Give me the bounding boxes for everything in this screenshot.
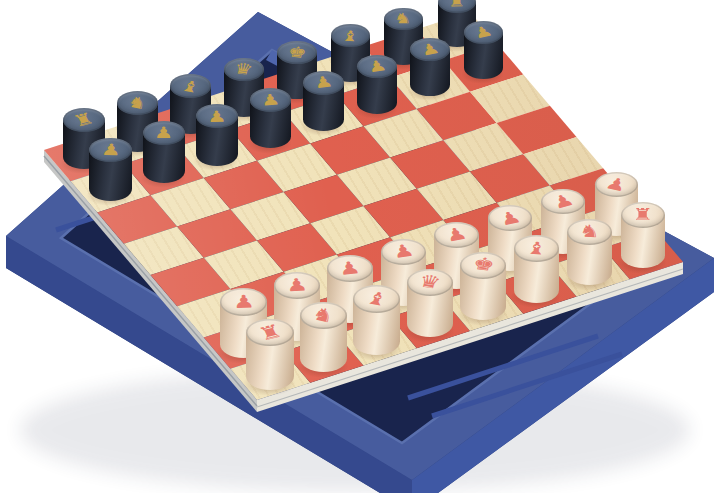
piece-top-face: ♟ xyxy=(541,189,585,215)
piece-top-face: ♞ xyxy=(117,91,158,115)
q-icon: ♛ xyxy=(417,272,443,292)
p-icon: ♟ xyxy=(419,41,442,59)
p-icon: ♟ xyxy=(338,259,363,278)
piece-top-face: ♟ xyxy=(357,55,397,78)
piece-top-face: ♚ xyxy=(277,41,316,64)
piece-light-r-a1[interactable]: ♜ xyxy=(246,319,294,390)
piece-top-face: ♟ xyxy=(434,222,479,248)
piece-light-r-h1[interactable]: ♜ xyxy=(621,202,665,268)
piece-top-face: ♟ xyxy=(303,71,343,94)
piece-top-face: ♜ xyxy=(63,108,104,132)
k-icon: ♚ xyxy=(471,256,496,275)
b-icon: ♝ xyxy=(363,288,390,309)
p-icon: ♟ xyxy=(366,57,388,74)
piece-top-face: ♞ xyxy=(384,8,422,30)
piece-light-b-f1[interactable]: ♝ xyxy=(514,235,559,302)
p-icon: ♟ xyxy=(154,125,174,141)
p-icon: ♟ xyxy=(497,208,524,228)
piece-dark-p-f7[interactable]: ♟ xyxy=(357,55,397,114)
r-icon: ♜ xyxy=(256,321,285,343)
piece-dark-p-a7[interactable]: ♟ xyxy=(89,138,131,201)
piece-top-face: ♝ xyxy=(353,285,400,312)
piece-dark-p-h7[interactable]: ♟ xyxy=(464,21,503,78)
piece-top-face: ♟ xyxy=(488,205,533,231)
p-icon: ♟ xyxy=(207,108,227,124)
piece-dark-p-c7[interactable]: ♟ xyxy=(196,104,237,165)
piece-light-n-b1[interactable]: ♞ xyxy=(300,302,348,372)
piece-top-face: ♟ xyxy=(220,288,267,315)
piece-top-face: ♟ xyxy=(464,21,503,44)
b-icon: ♝ xyxy=(525,239,549,258)
r-icon: ♜ xyxy=(448,0,466,9)
piece-top-face: ♟ xyxy=(381,239,427,265)
n-icon: ♞ xyxy=(579,223,601,241)
p-icon: ♟ xyxy=(260,91,281,108)
piece-top-face: ♟ xyxy=(143,121,185,145)
p-icon: ♟ xyxy=(313,74,335,91)
piece-light-n-g1[interactable]: ♞ xyxy=(567,219,612,286)
n-icon: ♞ xyxy=(125,94,149,113)
piece-top-face: ♛ xyxy=(224,58,264,81)
piece-top-face: ♜ xyxy=(621,202,665,228)
piece-top-face: ♞ xyxy=(567,219,612,245)
r-icon: ♜ xyxy=(633,207,654,224)
p-icon: ♟ xyxy=(232,293,255,311)
piece-top-face: ♝ xyxy=(514,235,559,261)
p-icon: ♟ xyxy=(603,175,629,195)
piece-top-face: ♟ xyxy=(410,38,449,61)
n-icon: ♞ xyxy=(394,12,413,27)
b-icon: ♝ xyxy=(179,77,202,95)
p-icon: ♟ xyxy=(550,191,577,212)
piece-top-face: ♛ xyxy=(407,269,453,296)
product-photo-scene: ♜♞♝♛♚♝♞♜♟♟♟♟♟♟♟♟♟♟♟♟♟♟♟♟♜♞♝♛♚♝♞♜ xyxy=(0,0,720,493)
p-icon: ♟ xyxy=(472,24,495,42)
piece-top-face: ♟ xyxy=(250,88,291,112)
piece-light-q-d1[interactable]: ♛ xyxy=(407,269,453,338)
piece-light-b-c1[interactable]: ♝ xyxy=(353,285,400,355)
piece-dark-p-g7[interactable]: ♟ xyxy=(410,38,449,96)
k-icon: ♚ xyxy=(286,44,307,60)
b-icon: ♝ xyxy=(340,28,360,44)
p-icon: ♟ xyxy=(285,276,309,295)
r-icon: ♜ xyxy=(71,110,97,129)
p-icon: ♟ xyxy=(391,242,416,262)
q-icon: ♛ xyxy=(233,61,255,78)
piece-light-k-e1[interactable]: ♚ xyxy=(460,252,506,320)
piece-top-face: ♟ xyxy=(327,255,373,282)
piece-top-face: ♝ xyxy=(170,74,210,97)
piece-dark-p-b7[interactable]: ♟ xyxy=(143,121,185,183)
p-icon: ♟ xyxy=(100,142,121,159)
p-icon: ♟ xyxy=(444,225,470,245)
n-icon: ♞ xyxy=(309,305,338,327)
piece-dark-p-e7[interactable]: ♟ xyxy=(303,71,343,131)
piece-top-face: ♝ xyxy=(331,24,370,47)
piece-top-face: ♟ xyxy=(274,272,321,299)
piece-top-face: ♚ xyxy=(460,252,506,279)
piece-top-face: ♟ xyxy=(89,138,131,163)
piece-dark-p-d7[interactable]: ♟ xyxy=(250,88,291,149)
